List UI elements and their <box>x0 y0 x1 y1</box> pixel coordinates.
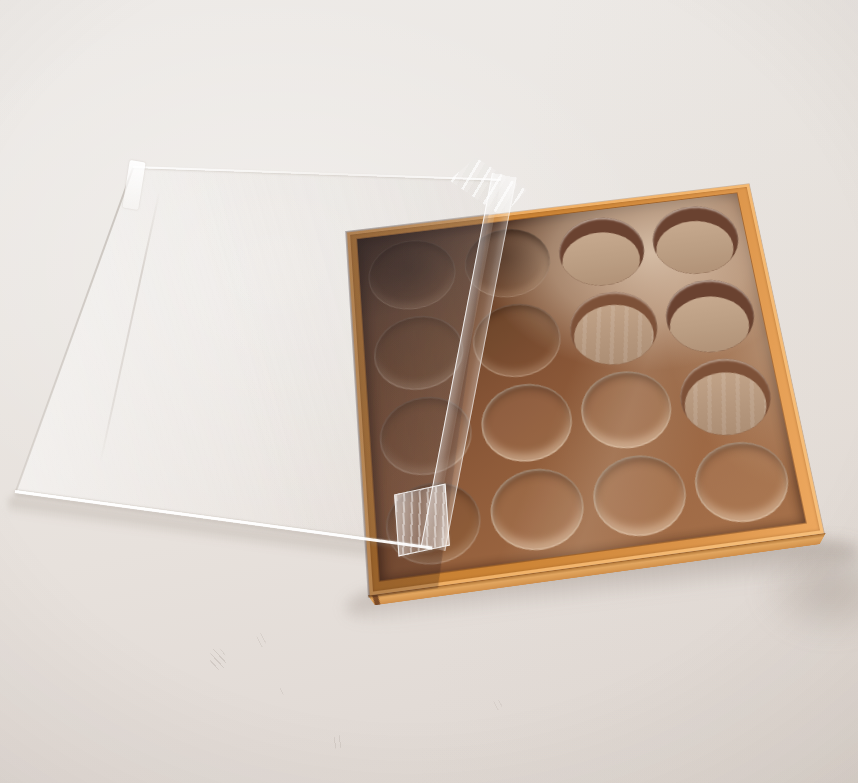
cavity-cell-r4c3 <box>585 448 695 545</box>
cavity-r3c3 <box>576 366 677 453</box>
cavity-cell-r2c3 <box>563 286 666 372</box>
cavity-r2c3 <box>565 287 663 369</box>
wall-corner-notch <box>372 594 380 605</box>
cavity-floor <box>558 229 644 291</box>
cavity-floor <box>652 217 739 279</box>
cavity-r3c2 <box>477 379 577 467</box>
cavity-r4c4 <box>689 437 796 529</box>
cavity-r4c3 <box>588 450 693 543</box>
cavity-cell-r3c2 <box>475 377 580 469</box>
cavity-r2c4 <box>660 275 760 357</box>
cavity-r4c2 <box>486 463 589 556</box>
cavity-cell-r1c4 <box>645 200 747 281</box>
cavity-floor <box>665 292 755 357</box>
cavity-r1c4 <box>647 201 744 278</box>
cavity-floor <box>569 300 658 369</box>
table-scuff <box>330 733 346 750</box>
table-scuff <box>278 688 284 696</box>
cavity-cell-r1c3 <box>552 211 652 292</box>
cavity-cell-r4c2 <box>484 461 592 558</box>
table-scuff <box>492 700 502 710</box>
lid-bottom-corner-fold <box>394 484 450 557</box>
cavity-cell-r3c4 <box>672 352 780 442</box>
cavity-cell-r2c4 <box>658 274 763 359</box>
table-scuff <box>207 646 228 671</box>
cavity-cell-r3c3 <box>574 364 681 455</box>
cavity-r1c3 <box>555 213 650 291</box>
cavity-floor <box>679 368 773 441</box>
cavity-cell-r4c4 <box>686 435 798 531</box>
photo-stage <box>0 0 858 783</box>
cavity-r3c4 <box>674 354 777 441</box>
table-scuff <box>256 633 266 647</box>
